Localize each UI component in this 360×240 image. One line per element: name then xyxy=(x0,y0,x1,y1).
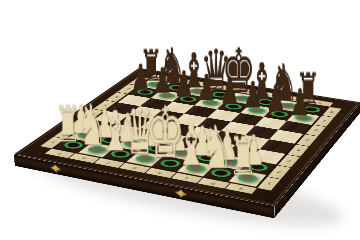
photo-background: abcdefgh abcdefgh 87654321 87654321 ♜♞♝♛… xyxy=(0,0,360,240)
brass-clasp-icon xyxy=(50,164,62,174)
chess-board: abcdefgh abcdefgh 87654321 87654321 ♜♞♝♛… xyxy=(14,68,360,206)
brass-clasp-icon xyxy=(175,188,187,199)
piece-black-pawn: ♟ xyxy=(197,70,217,106)
piece-white-rook: ♜ xyxy=(229,131,258,183)
piece-black-pawn: ♟ xyxy=(219,74,239,110)
scene: abcdefgh abcdefgh 87654321 87654321 ♜♞♝♛… xyxy=(0,0,360,240)
piece-black-pawn: ♟ xyxy=(242,77,262,114)
piece-black-pawn: ♟ xyxy=(266,81,286,118)
piece-black-pawn: ♟ xyxy=(290,85,311,122)
piece-black-pawn: ♟ xyxy=(131,60,150,95)
